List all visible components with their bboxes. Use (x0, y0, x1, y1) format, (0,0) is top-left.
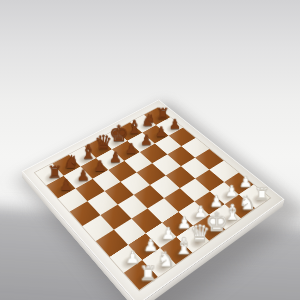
pawn-icon: ♟ (76, 169, 89, 183)
pawn-icon: ♟ (125, 142, 138, 156)
pawn-icon: ♟ (59, 178, 73, 192)
rook-icon: ♜ (139, 264, 157, 283)
piece-white-rook-a1[interactable]: ♜ (136, 264, 160, 283)
pawn-icon: ♟ (155, 126, 167, 139)
piece-brown-pawn-a7[interactable]: ♟ (55, 178, 76, 192)
board-marble-frame: ♜♞♝♛♚♝♞♜♟♟♟♟♟♟♟♟♟♟♟♟♟♟♟♟♜♞♝♛♚♝♞♜ (22, 99, 285, 300)
pawn-icon: ♟ (109, 151, 122, 165)
pawn-icon: ♟ (140, 134, 153, 147)
chess-board: ♜♞♝♛♚♝♞♜♟♟♟♟♟♟♟♟♟♟♟♟♟♟♟♟♜♞♝♛♚♝♞♜ (22, 99, 285, 300)
pawn-icon: ♟ (169, 118, 181, 131)
pawn-icon: ♟ (93, 160, 106, 174)
product-photo-stage: ♜♞♝♛♚♝♞♜♟♟♟♟♟♟♟♟♟♟♟♟♟♟♟♟♜♞♝♛♚♝♞♜ (0, 0, 300, 300)
camera-view: ♜♞♝♛♚♝♞♜♟♟♟♟♟♟♟♟♟♟♟♟♟♟♟♟♜♞♝♛♚♝♞♜ (0, 0, 300, 300)
